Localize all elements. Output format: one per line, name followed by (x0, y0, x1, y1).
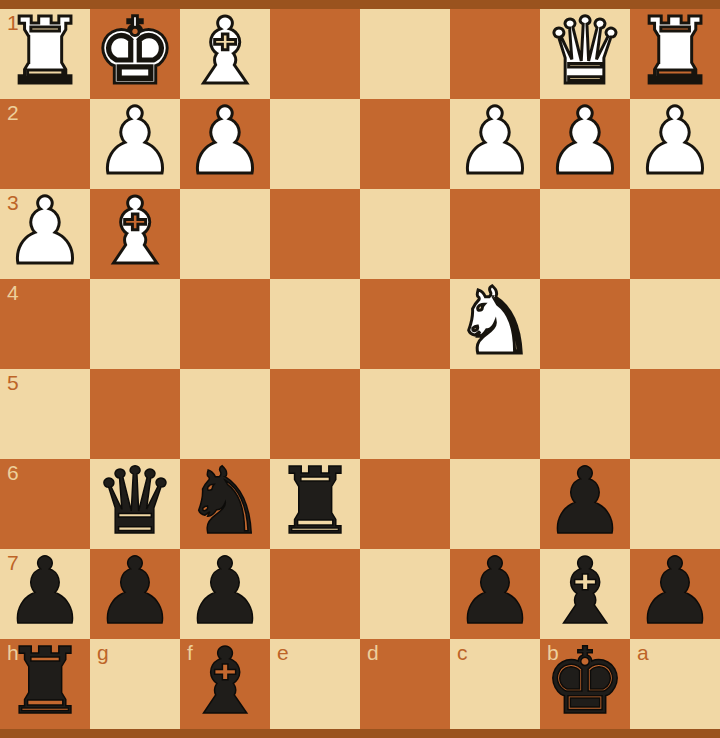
square-e4[interactable] (270, 279, 360, 369)
square-b1[interactable]: ♛ (540, 9, 630, 99)
square-e8[interactable]: e (270, 639, 360, 729)
file-label-c: c (457, 642, 468, 663)
square-g6[interactable]: ♛ (90, 459, 180, 549)
square-c1[interactable] (450, 9, 540, 99)
square-a4[interactable] (630, 279, 720, 369)
piece-white-knight[interactable]: ♞ (454, 279, 536, 367)
chess-board: 1♜♚♝♛♜2♟♟♟♟♟3♟♝4♞56♛♞♜♟7♟♟♟♟♝♟h♜gf♝edcb♚… (0, 9, 720, 729)
rank-label-6: 6 (7, 462, 19, 483)
square-b3[interactable] (540, 189, 630, 279)
square-a8[interactable]: a (630, 639, 720, 729)
square-g2[interactable]: ♟ (90, 99, 180, 189)
square-a6[interactable] (630, 459, 720, 549)
square-a2[interactable]: ♟ (630, 99, 720, 189)
board-frame: 1♜♚♝♛♜2♟♟♟♟♟3♟♝4♞56♛♞♜♟7♟♟♟♟♝♟h♜gf♝edcb♚… (0, 0, 720, 738)
square-b6[interactable]: ♟ (540, 459, 630, 549)
square-b4[interactable] (540, 279, 630, 369)
square-b8[interactable]: b♚ (540, 639, 630, 729)
square-g8[interactable]: g (90, 639, 180, 729)
file-label-e: e (277, 642, 289, 663)
square-h2[interactable]: 2 (0, 99, 90, 189)
piece-black-bishop[interactable]: ♝ (184, 639, 266, 727)
file-label-d: d (367, 642, 379, 663)
piece-white-pawn[interactable]: ♟ (184, 99, 266, 187)
piece-black-pawn[interactable]: ♟ (4, 549, 86, 637)
square-b2[interactable]: ♟ (540, 99, 630, 189)
square-a1[interactable]: ♜ (630, 9, 720, 99)
square-c3[interactable] (450, 189, 540, 279)
piece-white-rook[interactable]: ♜ (4, 9, 86, 97)
piece-black-rook[interactable]: ♜ (4, 639, 86, 727)
square-c8[interactable]: c (450, 639, 540, 729)
square-f8[interactable]: f♝ (180, 639, 270, 729)
square-b7[interactable]: ♝ (540, 549, 630, 639)
piece-white-king[interactable]: ♚ (94, 9, 176, 97)
piece-black-knight[interactable]: ♞ (184, 459, 266, 547)
square-h7[interactable]: 7♟ (0, 549, 90, 639)
square-g5[interactable] (90, 369, 180, 459)
rank-label-2: 2 (7, 102, 19, 123)
square-h6[interactable]: 6 (0, 459, 90, 549)
square-f6[interactable]: ♞ (180, 459, 270, 549)
square-d3[interactable] (360, 189, 450, 279)
piece-black-king[interactable]: ♚ (544, 639, 626, 727)
square-h1[interactable]: 1♜ (0, 9, 90, 99)
square-f4[interactable] (180, 279, 270, 369)
piece-white-pawn[interactable]: ♟ (634, 99, 716, 187)
piece-white-queen[interactable]: ♛ (544, 9, 626, 97)
square-f3[interactable] (180, 189, 270, 279)
piece-black-pawn[interactable]: ♟ (94, 549, 176, 637)
rank-label-5: 5 (7, 372, 19, 393)
piece-white-rook[interactable]: ♜ (634, 9, 716, 97)
square-c2[interactable]: ♟ (450, 99, 540, 189)
square-c6[interactable] (450, 459, 540, 549)
square-e6[interactable]: ♜ (270, 459, 360, 549)
square-c4[interactable]: ♞ (450, 279, 540, 369)
square-d1[interactable] (360, 9, 450, 99)
square-e7[interactable] (270, 549, 360, 639)
piece-white-pawn[interactable]: ♟ (4, 189, 86, 277)
square-d7[interactable] (360, 549, 450, 639)
piece-black-rook[interactable]: ♜ (274, 459, 356, 547)
square-d5[interactable] (360, 369, 450, 459)
square-f2[interactable]: ♟ (180, 99, 270, 189)
piece-black-bishop[interactable]: ♝ (544, 549, 626, 637)
piece-black-pawn[interactable]: ♟ (454, 549, 536, 637)
piece-white-pawn[interactable]: ♟ (454, 99, 536, 187)
piece-white-pawn[interactable]: ♟ (544, 99, 626, 187)
square-a7[interactable]: ♟ (630, 549, 720, 639)
rank-label-4: 4 (7, 282, 19, 303)
square-a5[interactable] (630, 369, 720, 459)
square-e2[interactable] (270, 99, 360, 189)
square-e3[interactable] (270, 189, 360, 279)
square-c5[interactable] (450, 369, 540, 459)
piece-white-pawn[interactable]: ♟ (94, 99, 176, 187)
square-f1[interactable]: ♝ (180, 9, 270, 99)
square-c7[interactable]: ♟ (450, 549, 540, 639)
file-label-g: g (97, 642, 109, 663)
piece-black-pawn[interactable]: ♟ (634, 549, 716, 637)
piece-black-pawn[interactable]: ♟ (184, 549, 266, 637)
square-f5[interactable] (180, 369, 270, 459)
square-g7[interactable]: ♟ (90, 549, 180, 639)
square-h5[interactable]: 5 (0, 369, 90, 459)
square-g3[interactable]: ♝ (90, 189, 180, 279)
square-h4[interactable]: 4 (0, 279, 90, 369)
piece-black-pawn[interactable]: ♟ (544, 459, 626, 547)
piece-black-queen[interactable]: ♛ (94, 459, 176, 547)
square-h8[interactable]: h♜ (0, 639, 90, 729)
square-g4[interactable] (90, 279, 180, 369)
square-b5[interactable] (540, 369, 630, 459)
square-g1[interactable]: ♚ (90, 9, 180, 99)
square-e5[interactable] (270, 369, 360, 459)
square-e1[interactable] (270, 9, 360, 99)
piece-white-bishop[interactable]: ♝ (184, 9, 266, 97)
square-h3[interactable]: 3♟ (0, 189, 90, 279)
square-d6[interactable] (360, 459, 450, 549)
square-f7[interactable]: ♟ (180, 549, 270, 639)
square-d4[interactable] (360, 279, 450, 369)
square-d8[interactable]: d (360, 639, 450, 729)
square-d2[interactable] (360, 99, 450, 189)
file-label-a: a (637, 642, 649, 663)
piece-white-bishop[interactable]: ♝ (94, 189, 176, 277)
square-a3[interactable] (630, 189, 720, 279)
